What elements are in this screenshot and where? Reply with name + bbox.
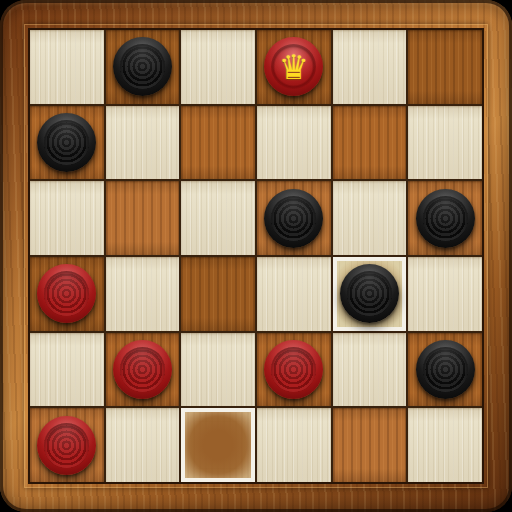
- black-man[interactable]: [264, 189, 323, 248]
- square-r2c0[interactable]: [30, 181, 104, 255]
- crown-icon: ♛: [264, 37, 323, 96]
- square-r2c2[interactable]: [181, 181, 255, 255]
- square-r2c3[interactable]: [257, 181, 331, 255]
- piece-rings: [44, 271, 89, 316]
- square-r1c1[interactable]: [106, 106, 180, 180]
- square-r2c1[interactable]: [106, 181, 180, 255]
- square-r4c2[interactable]: [181, 333, 255, 407]
- square-r4c3[interactable]: [257, 333, 331, 407]
- black-man[interactable]: [340, 264, 399, 323]
- square-r0c2[interactable]: [181, 30, 255, 104]
- piece-rings: [423, 347, 468, 392]
- square-r0c1[interactable]: [106, 30, 180, 104]
- square-r1c4[interactable]: [333, 106, 407, 180]
- board: ♛: [28, 28, 484, 484]
- square-r3c1[interactable]: [106, 257, 180, 331]
- piece-rings: [271, 347, 316, 392]
- piece-rings: [120, 44, 165, 89]
- square-r0c0[interactable]: [30, 30, 104, 104]
- piece-rings: [347, 271, 392, 316]
- square-r5c1[interactable]: [106, 408, 180, 482]
- piece-rings: [44, 120, 89, 165]
- piece-rings: [271, 196, 316, 241]
- square-r3c3[interactable]: [257, 257, 331, 331]
- square-r3c4[interactable]: [333, 257, 407, 331]
- square-r3c2[interactable]: [181, 257, 255, 331]
- red-king[interactable]: ♛: [264, 37, 323, 96]
- square-r0c3[interactable]: ♛: [257, 30, 331, 104]
- piece-rings: [120, 347, 165, 392]
- square-r4c1[interactable]: [106, 333, 180, 407]
- red-man[interactable]: [113, 340, 172, 399]
- square-r2c4[interactable]: [333, 181, 407, 255]
- square-r4c4[interactable]: [333, 333, 407, 407]
- square-r2c5[interactable]: [408, 181, 482, 255]
- black-man[interactable]: [416, 189, 475, 248]
- black-man[interactable]: [113, 37, 172, 96]
- square-r0c5[interactable]: [408, 30, 482, 104]
- square-r4c5[interactable]: [408, 333, 482, 407]
- square-r5c3[interactable]: [257, 408, 331, 482]
- square-r0c4[interactable]: [333, 30, 407, 104]
- black-man[interactable]: [416, 340, 475, 399]
- app-window: ♛: [0, 0, 512, 512]
- black-man[interactable]: [37, 113, 96, 172]
- square-r5c2[interactable]: [181, 408, 255, 482]
- board-frame: ♛: [0, 0, 512, 512]
- square-r1c5[interactable]: [408, 106, 482, 180]
- square-r5c4[interactable]: [333, 408, 407, 482]
- square-r5c0[interactable]: [30, 408, 104, 482]
- square-r1c2[interactable]: [181, 106, 255, 180]
- square-r1c3[interactable]: [257, 106, 331, 180]
- square-r5c5[interactable]: [408, 408, 482, 482]
- piece-rings: [271, 44, 316, 89]
- piece-rings: [423, 196, 468, 241]
- square-r4c0[interactable]: [30, 333, 104, 407]
- red-man[interactable]: [37, 264, 96, 323]
- square-r3c0[interactable]: [30, 257, 104, 331]
- red-man[interactable]: [37, 416, 96, 475]
- red-man[interactable]: [264, 340, 323, 399]
- square-r1c0[interactable]: [30, 106, 104, 180]
- square-r3c5[interactable]: [408, 257, 482, 331]
- piece-rings: [44, 423, 89, 468]
